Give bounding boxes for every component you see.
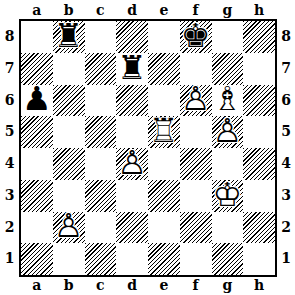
file-label-e: e <box>148 276 180 295</box>
rank-label-6: 6 <box>0 85 19 117</box>
rank-label-8: 8 <box>0 21 19 53</box>
rank-label-2: 2 <box>277 212 295 244</box>
square-b5 <box>53 116 85 148</box>
square-b6 <box>53 85 85 117</box>
piece-black-king: ♚ <box>180 21 212 53</box>
rank-labels-right: 87654321 <box>277 21 295 275</box>
piece-glyph-layer: ♟ <box>22 83 52 116</box>
piece-outline-layer: ♙ <box>117 146 147 179</box>
piece-white-pawn: ♟♙ <box>116 148 148 180</box>
square-c6 <box>85 85 117 117</box>
square-f8: ♚ <box>180 21 212 53</box>
square-a3 <box>21 180 53 212</box>
square-e5: ♜♖ <box>148 116 180 148</box>
file-label-c: c <box>85 0 117 19</box>
file-label-a: a <box>21 276 53 295</box>
square-h4 <box>243 148 275 180</box>
square-g5: ♟♙ <box>212 116 244 148</box>
square-g1 <box>212 243 244 275</box>
piece-white-pawn: ♟♙ <box>180 85 212 117</box>
rank-label-7: 7 <box>277 53 295 85</box>
square-h5 <box>243 116 275 148</box>
rank-label-5: 5 <box>277 116 295 148</box>
piece-outline-layer: ♙ <box>54 210 84 243</box>
rank-label-8: 8 <box>277 21 295 53</box>
piece-outline-layer: ♙ <box>213 114 243 147</box>
square-a4 <box>21 148 53 180</box>
piece-white-rook: ♜♖ <box>148 116 180 148</box>
square-f2 <box>180 212 212 244</box>
piece-outline-layer: ♔ <box>213 178 243 211</box>
chess-diagram: abcdefgh 87654321 87654321 abcdefgh ♜♚♜♟… <box>0 0 295 295</box>
rank-labels-left: 87654321 <box>0 21 19 275</box>
piece-black-pawn: ♟ <box>21 85 53 117</box>
square-c5 <box>85 116 117 148</box>
square-e3 <box>148 180 180 212</box>
rank-label-5: 5 <box>0 116 19 148</box>
piece-black-rook: ♜ <box>116 53 148 85</box>
square-f1 <box>180 243 212 275</box>
square-e2 <box>148 212 180 244</box>
piece-black-rook: ♜ <box>53 21 85 53</box>
file-label-h: h <box>243 0 275 19</box>
square-c1 <box>85 243 117 275</box>
square-c8 <box>85 21 117 53</box>
square-f4 <box>180 148 212 180</box>
piece-outline-layer: ♙ <box>181 83 211 116</box>
square-a1 <box>21 243 53 275</box>
rank-label-1: 1 <box>277 243 295 275</box>
piece-white-pawn: ♟♙ <box>53 212 85 244</box>
square-h8 <box>243 21 275 53</box>
file-label-b: b <box>53 276 85 295</box>
piece-white-king: ♚♔ <box>212 180 244 212</box>
square-c3 <box>85 180 117 212</box>
square-b1 <box>53 243 85 275</box>
square-d1 <box>116 243 148 275</box>
rank-label-3: 3 <box>0 180 19 212</box>
file-label-d: d <box>116 0 148 19</box>
file-label-h: h <box>243 276 275 295</box>
square-e7 <box>148 53 180 85</box>
file-label-g: g <box>212 0 244 19</box>
rank-label-4: 4 <box>277 148 295 180</box>
square-g2 <box>212 212 244 244</box>
square-e4 <box>148 148 180 180</box>
square-h2 <box>243 212 275 244</box>
square-c2 <box>85 212 117 244</box>
piece-glyph-layer: ♚ <box>181 19 211 52</box>
rank-label-3: 3 <box>277 180 295 212</box>
square-g3: ♚♔ <box>212 180 244 212</box>
file-label-d: d <box>116 276 148 295</box>
file-label-g: g <box>212 276 244 295</box>
square-b7 <box>53 53 85 85</box>
square-f5 <box>180 116 212 148</box>
rank-label-6: 6 <box>277 85 295 117</box>
square-a2 <box>21 212 53 244</box>
square-a6: ♟ <box>21 85 53 117</box>
square-a8 <box>21 21 53 53</box>
piece-glyph-layer: ♜ <box>54 19 84 52</box>
square-f6: ♟♙ <box>180 85 212 117</box>
chess-board: ♜♚♜♟♟♙♝♗♜♖♟♙♟♙♚♔♟♙ <box>19 19 277 277</box>
file-label-f: f <box>180 276 212 295</box>
file-label-c: c <box>85 276 117 295</box>
square-e8 <box>148 21 180 53</box>
square-d3 <box>116 180 148 212</box>
file-label-e: e <box>148 0 180 19</box>
square-c4 <box>85 148 117 180</box>
square-b4 <box>53 148 85 180</box>
rank-label-7: 7 <box>0 53 19 85</box>
square-d7: ♜ <box>116 53 148 85</box>
square-b2: ♟♙ <box>53 212 85 244</box>
rank-label-2: 2 <box>0 212 19 244</box>
square-f3 <box>180 180 212 212</box>
square-a5 <box>21 116 53 148</box>
rank-label-1: 1 <box>0 243 19 275</box>
square-h3 <box>243 180 275 212</box>
square-c7 <box>85 53 117 85</box>
file-labels-bottom: abcdefgh <box>21 276 275 295</box>
square-h1 <box>243 243 275 275</box>
file-label-a: a <box>21 0 53 19</box>
square-e1 <box>148 243 180 275</box>
square-h6 <box>243 85 275 117</box>
square-g8 <box>212 21 244 53</box>
rank-label-4: 4 <box>0 148 19 180</box>
piece-glyph-layer: ♜ <box>117 51 147 84</box>
square-d6 <box>116 85 148 117</box>
square-d4: ♟♙ <box>116 148 148 180</box>
square-d2 <box>116 212 148 244</box>
piece-outline-layer: ♖ <box>149 114 179 147</box>
square-b8: ♜ <box>53 21 85 53</box>
piece-white-pawn: ♟♙ <box>212 116 244 148</box>
square-h7 <box>243 53 275 85</box>
